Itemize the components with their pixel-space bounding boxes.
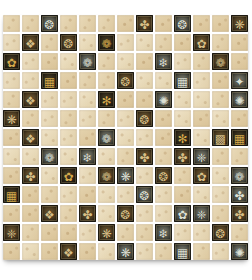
- tile-r9c2: ✤: [22, 167, 39, 184]
- deco-tile-ornament-icon: ❂: [139, 113, 149, 125]
- tile-r13c4: ❖: [60, 243, 77, 260]
- tile-r6c2: [22, 110, 39, 127]
- tile-r8c10: ✤: [174, 148, 191, 165]
- tile-r11c10: ✿: [174, 205, 191, 222]
- tile-r2c3: [41, 34, 58, 51]
- deco-tile-ornament-icon: ▦: [6, 189, 17, 201]
- tile-r10c10: [174, 186, 191, 203]
- tile-r10c2: [22, 186, 39, 203]
- tile-r6c1: ❋: [3, 110, 20, 127]
- tile-r11c1: [3, 205, 20, 222]
- tile-r10c8: ❂: [136, 186, 153, 203]
- tile-r5c5: [79, 91, 96, 108]
- tile-r11c5: ✤: [79, 205, 96, 222]
- deco-tile-ornament-icon: ✿: [196, 37, 206, 49]
- tile-r10c1: ▦: [3, 186, 20, 203]
- tile-r12c8: [136, 224, 153, 241]
- tile-r7c1: [3, 129, 20, 146]
- tile-r3c13: [231, 53, 248, 70]
- tile-r12c13: [231, 224, 248, 241]
- tile-r1c9: [155, 15, 172, 32]
- tile-r9c9: ❂: [155, 167, 172, 184]
- tile-r10c12: [212, 186, 229, 203]
- tile-r8c8: ✤: [136, 148, 153, 165]
- tile-r12c4: [60, 224, 77, 241]
- tile-r6c7: [117, 110, 134, 127]
- tile-r12c11: [193, 224, 210, 241]
- deco-tile-ornament-icon: ❂: [44, 18, 54, 30]
- deco-tile-ornament-icon: ❂: [177, 18, 187, 30]
- tile-r11c13: ✤: [231, 205, 248, 222]
- deco-tile-ornament-icon: ❈: [6, 227, 16, 239]
- tile-r9c13: ❁: [231, 167, 248, 184]
- tile-r8c11: ❈: [193, 148, 210, 165]
- tile-r13c9: [155, 243, 172, 260]
- tile-r8c9: [155, 148, 172, 165]
- tile-r8c3: ❁: [41, 148, 58, 165]
- tile-r9c3: [41, 167, 58, 184]
- tile-r6c13: [231, 110, 248, 127]
- tile-r6c4: [60, 110, 77, 127]
- tile-r3c2: [22, 53, 39, 70]
- tile-r4c1: [3, 72, 20, 89]
- tile-r5c12: [212, 91, 229, 108]
- tile-r11c6: [98, 205, 115, 222]
- tile-r8c6: [98, 148, 115, 165]
- deco-tile-ornament-icon: ✺: [234, 94, 244, 106]
- tile-r12c7: [117, 224, 134, 241]
- mosaic-sheet-photo: ❂✤❂❋❖❂❁✿✿❁❄❁▦❂▦✦❖✻✺✺❋❂❖❁✻▩▦❁❄✤✤❈✤✿❁❋❂✿❁▦…: [0, 0, 252, 280]
- tile-r4c5: [79, 72, 96, 89]
- tile-r11c9: [155, 205, 172, 222]
- deco-tile-ornament-icon: ❋: [120, 246, 130, 258]
- deco-tile-ornament-icon: ❈: [196, 208, 206, 220]
- deco-tile-ornament-icon: ✤: [25, 170, 35, 182]
- tile-r3c3: [41, 53, 58, 70]
- tile-r13c12: [212, 243, 229, 260]
- deco-tile-ornament-icon: ❂: [158, 170, 168, 182]
- tile-r11c3: ❖: [41, 205, 58, 222]
- tile-r5c10: [174, 91, 191, 108]
- tile-r1c11: [193, 15, 210, 32]
- deco-tile-ornament-icon: ❖: [63, 246, 74, 258]
- tile-r6c11: [193, 110, 210, 127]
- tile-r12c10: [174, 224, 191, 241]
- tile-r12c5: [79, 224, 96, 241]
- deco-tile-ornament-icon: ❁: [44, 151, 54, 163]
- tile-r1c4: [60, 15, 77, 32]
- tile-r5c4: [60, 91, 77, 108]
- deco-tile-ornament-icon: ❈: [196, 151, 206, 163]
- tile-r2c13: [231, 34, 248, 51]
- tile-r7c12: ▩: [212, 129, 229, 146]
- tile-r4c2: [22, 72, 39, 89]
- deco-tile-ornament-icon: ✤: [82, 208, 92, 220]
- tile-r5c8: [136, 91, 153, 108]
- tile-r1c6: [98, 15, 115, 32]
- tile-r10c3: [41, 186, 58, 203]
- tile-r12c12: ❂: [212, 224, 229, 241]
- deco-tile-ornament-icon: ❂: [63, 37, 73, 49]
- tile-r12c3: [41, 224, 58, 241]
- tile-r5c9: ✺: [155, 91, 172, 108]
- tile-r9c6: ❁: [98, 167, 115, 184]
- tile-r7c7: [117, 129, 134, 146]
- tile-r3c1: ✿: [3, 53, 20, 70]
- deco-tile-ornament-icon: ❂: [120, 75, 130, 87]
- deco-tile-ornament-icon: ❁: [101, 170, 111, 182]
- tile-r3c12: ❁: [212, 53, 229, 70]
- tile-r7c5: [79, 129, 96, 146]
- deco-tile-ornament-icon: ❋: [101, 227, 111, 239]
- tile-r2c4: ❂: [60, 34, 77, 51]
- deco-tile-ornament-icon: ❁: [215, 56, 225, 68]
- tile-r10c6: [98, 186, 115, 203]
- tile-r13c6: [98, 243, 115, 260]
- deco-tile-ornament-icon: ❁: [101, 132, 111, 144]
- tile-r3c4: [60, 53, 77, 70]
- tile-r5c3: [41, 91, 58, 108]
- tile-r1c13: ❋: [231, 15, 248, 32]
- tile-r1c5: [79, 15, 96, 32]
- tile-r4c6: [98, 72, 115, 89]
- tile-r13c3: [41, 243, 58, 260]
- tile-r11c7: ❂: [117, 205, 134, 222]
- tile-r9c7: ❋: [117, 167, 134, 184]
- deco-tile-ornament-icon: ❂: [139, 189, 149, 201]
- tile-r6c3: [41, 110, 58, 127]
- tile-r2c11: ✿: [193, 34, 210, 51]
- tile-r9c8: [136, 167, 153, 184]
- deco-tile-ornament-icon: ❁: [234, 170, 244, 182]
- tile-r12c9: ❄: [155, 224, 172, 241]
- tile-r4c13: ✦: [231, 72, 248, 89]
- tile-r12c6: ❋: [98, 224, 115, 241]
- deco-tile-ornament-icon: ✺: [158, 94, 168, 106]
- tile-r7c4: [60, 129, 77, 146]
- deco-tile-ornament-icon: ▦: [177, 75, 188, 87]
- tile-r8c4: [60, 148, 77, 165]
- tile-r6c8: ❂: [136, 110, 153, 127]
- tile-r6c12: [212, 110, 229, 127]
- deco-tile-ornament-icon: ✿: [63, 170, 73, 182]
- deco-tile-ornament-icon: ✤: [234, 189, 244, 201]
- tile-r6c10: [174, 110, 191, 127]
- deco-tile-ornament-icon: ❁: [82, 56, 92, 68]
- tile-r4c4: [60, 72, 77, 89]
- tile-r10c4: [60, 186, 77, 203]
- tile-r3c7: [117, 53, 134, 70]
- deco-tile-ornament-icon: ❂: [120, 208, 130, 220]
- tile-r2c12: [212, 34, 229, 51]
- tile-r10c5: [79, 186, 96, 203]
- tile-r11c8: [136, 205, 153, 222]
- tile-r2c10: [174, 34, 191, 51]
- tile-r9c10: [174, 167, 191, 184]
- tile-r11c2: [22, 205, 39, 222]
- deco-tile-ornament-icon: ❄: [158, 227, 168, 239]
- tile-r8c2: [22, 148, 39, 165]
- deco-tile-ornament-icon: ✤: [139, 151, 149, 163]
- deco-tile-ornament-icon: ❋: [234, 18, 244, 30]
- tile-r3c6: [98, 53, 115, 70]
- tile-r13c7: ❋: [117, 243, 134, 260]
- deco-tile-ornament-icon: ❄: [82, 151, 92, 163]
- tile-r2c8: [136, 34, 153, 51]
- deco-tile-ornament-icon: ❖: [25, 94, 36, 106]
- tile-r7c9: [155, 129, 172, 146]
- deco-tile-ornament-icon: ✤: [234, 208, 244, 220]
- tile-r2c9: [155, 34, 172, 51]
- deco-tile-ornament-icon: ▦: [234, 132, 245, 144]
- tile-r9c12: [212, 167, 229, 184]
- tile-r8c12: [212, 148, 229, 165]
- tile-r5c2: ❖: [22, 91, 39, 108]
- deco-tile-ornament-icon: ✻: [177, 132, 187, 144]
- tile-r8c7: [117, 148, 134, 165]
- tile-r8c13: [231, 148, 248, 165]
- tile-r7c6: ❁: [98, 129, 115, 146]
- tile-r9c5: [79, 167, 96, 184]
- deco-tile-ornament-icon: ❋: [120, 170, 130, 182]
- tile-r5c6: ✻: [98, 91, 115, 108]
- tile-r5c11: [193, 91, 210, 108]
- deco-tile-ornament-icon: ✿: [196, 170, 206, 182]
- tile-r6c5: [79, 110, 96, 127]
- tile-r10c11: [193, 186, 210, 203]
- deco-tile-ornament-icon: ▩: [215, 132, 226, 144]
- tile-r10c7: [117, 186, 134, 203]
- tile-r7c8: [136, 129, 153, 146]
- tile-r7c2: ❖: [22, 129, 39, 146]
- tile-r4c12: [212, 72, 229, 89]
- deco-tile-ornament-icon: ✤: [139, 18, 149, 30]
- tile-r2c2: ❖: [22, 34, 39, 51]
- tile-r10c9: [155, 186, 172, 203]
- tile-r4c11: [193, 72, 210, 89]
- tile-r3c8: [136, 53, 153, 70]
- tile-r1c1: [3, 15, 20, 32]
- tile-r7c10: ✻: [174, 129, 191, 146]
- tile-r13c11: [193, 243, 210, 260]
- tile-r13c8: [136, 243, 153, 260]
- deco-tile-ornament-icon: ❖: [44, 208, 55, 220]
- tile-r6c9: [155, 110, 172, 127]
- tile-r3c9: ❄: [155, 53, 172, 70]
- tile-r2c7: [117, 34, 134, 51]
- tile-r9c4: ✿: [60, 167, 77, 184]
- deco-tile-ornament-icon: ✿: [177, 208, 187, 220]
- deco-tile-ornament-icon: ❖: [25, 37, 36, 49]
- deco-tile-ornament-icon: ❋: [6, 113, 16, 125]
- tile-r4c10: ▦: [174, 72, 191, 89]
- tile-r4c9: [155, 72, 172, 89]
- tile-r11c12: [212, 205, 229, 222]
- deco-tile-ornament-icon: ✦: [234, 75, 244, 87]
- deco-tile-ornament-icon: ❁: [101, 37, 111, 49]
- tile-r7c13: ▦: [231, 129, 248, 146]
- tile-r5c1: [3, 91, 20, 108]
- deco-tile-ornament-icon: ✿: [6, 56, 16, 68]
- tile-r9c1: [3, 167, 20, 184]
- deco-tile-ornament-icon: ▦: [177, 246, 188, 258]
- tile-r13c5: [79, 243, 96, 260]
- tile-r13c13: ✺: [231, 243, 248, 260]
- mosaic-board: ❂✤❂❋❖❂❁✿✿❁❄❁▦❂▦✦❖✻✺✺❋❂❖❁✻▩▦❁❄✤✤❈✤✿❁❋❂✿❁▦…: [3, 15, 248, 260]
- tile-r8c5: ❄: [79, 148, 96, 165]
- tile-r11c11: ❈: [193, 205, 210, 222]
- tile-r3c5: ❁: [79, 53, 96, 70]
- deco-tile-ornament-icon: ✤: [177, 151, 187, 163]
- deco-tile-ornament-icon: ✻: [101, 94, 111, 106]
- tile-r8c1: [3, 148, 20, 165]
- tile-r5c7: [117, 91, 134, 108]
- deco-tile-ornament-icon: ✺: [234, 246, 244, 258]
- tile-r2c6: ❁: [98, 34, 115, 51]
- tile-r4c3: ▦: [41, 72, 58, 89]
- tile-r13c2: [22, 243, 39, 260]
- tile-r1c2: [22, 15, 39, 32]
- tile-r7c11: [193, 129, 210, 146]
- tile-r1c8: ✤: [136, 15, 153, 32]
- tile-r11c4: [60, 205, 77, 222]
- tile-r5c13: ✺: [231, 91, 248, 108]
- tile-r6c6: [98, 110, 115, 127]
- deco-tile-ornament-icon: ❖: [25, 132, 36, 144]
- tile-r12c1: ❈: [3, 224, 20, 241]
- tile-r1c10: ❂: [174, 15, 191, 32]
- tile-r3c10: [174, 53, 191, 70]
- tile-r1c7: [117, 15, 134, 32]
- tile-r1c3: ❂: [41, 15, 58, 32]
- tile-r4c7: ❂: [117, 72, 134, 89]
- tile-r13c1: [3, 243, 20, 260]
- deco-tile-ornament-icon: ❂: [215, 227, 225, 239]
- tile-r9c11: ✿: [193, 167, 210, 184]
- tile-r1c12: [212, 15, 229, 32]
- tile-r3c11: [193, 53, 210, 70]
- tile-r7c3: [41, 129, 58, 146]
- tile-r12c2: [22, 224, 39, 241]
- deco-tile-ornament-icon: ❄: [158, 56, 168, 68]
- tile-r4c8: [136, 72, 153, 89]
- tile-r2c1: [3, 34, 20, 51]
- tile-r2c5: [79, 34, 96, 51]
- tile-r13c10: ▦: [174, 243, 191, 260]
- tile-r10c13: ✤: [231, 186, 248, 203]
- deco-tile-ornament-icon: ▦: [44, 75, 55, 87]
